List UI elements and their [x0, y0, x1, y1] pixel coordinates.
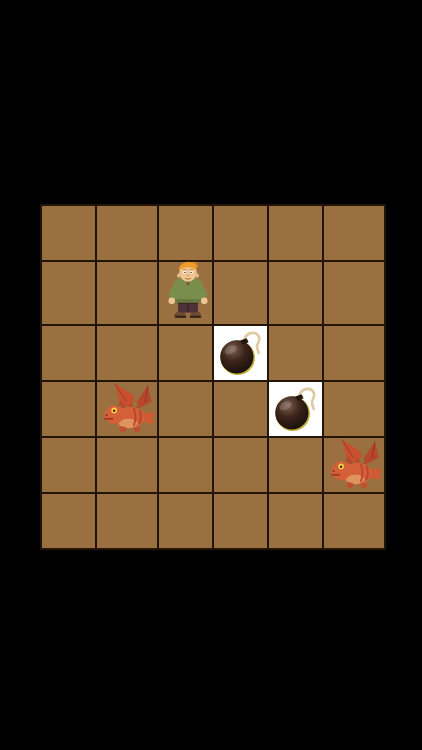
cell-r2-c2[interactable] — [97, 262, 157, 324]
cell-r6-c1[interactable] — [42, 494, 95, 548]
cell-r6-c5[interactable] — [269, 494, 322, 548]
cell-r1-c2[interactable] — [97, 206, 157, 260]
cell-r1-c6[interactable] — [324, 206, 384, 260]
cell-r2-c3[interactable] — [159, 262, 212, 324]
cell-r3-c6[interactable] — [324, 326, 384, 380]
cell-r1-c5[interactable] — [269, 206, 322, 260]
cell-r4-c5[interactable] — [269, 382, 322, 436]
cell-r6-c3[interactable] — [159, 494, 212, 548]
game-screen — [0, 0, 422, 750]
bomb-icon[interactable] — [272, 385, 320, 433]
cell-r4-c3[interactable] — [159, 382, 212, 436]
dragon-icon[interactable] — [101, 382, 161, 436]
cell-r4-c6[interactable] — [324, 382, 384, 436]
cell-r4-c1[interactable] — [42, 382, 95, 436]
cell-r3-c3[interactable] — [159, 326, 212, 380]
cell-r6-c6[interactable] — [324, 494, 384, 548]
cell-r4-c4[interactable] — [214, 382, 267, 436]
cell-r1-c3[interactable] — [159, 206, 212, 260]
cell-r3-c5[interactable] — [269, 326, 322, 380]
cell-r1-c1[interactable] — [42, 206, 95, 260]
cell-r3-c2[interactable] — [97, 326, 157, 380]
cell-r2-c1[interactable] — [42, 262, 95, 324]
cell-r5-c6[interactable] — [324, 438, 384, 492]
cell-r5-c2[interactable] — [97, 438, 157, 492]
cell-r1-c4[interactable] — [214, 206, 267, 260]
cell-r5-c1[interactable] — [42, 438, 95, 492]
cell-r3-c1[interactable] — [42, 326, 95, 380]
cell-r5-c4[interactable] — [214, 438, 267, 492]
cell-r5-c3[interactable] — [159, 438, 212, 492]
cell-r2-c5[interactable] — [269, 262, 322, 324]
cell-r2-c6[interactable] — [324, 262, 384, 324]
cell-r4-c2[interactable] — [97, 382, 157, 436]
dragon-icon[interactable] — [328, 438, 388, 492]
cell-r2-c4[interactable] — [214, 262, 267, 324]
cell-r5-c5[interactable] — [269, 438, 322, 492]
bomb-icon[interactable] — [217, 329, 265, 377]
game-board — [40, 204, 386, 550]
cell-r3-c4[interactable] — [214, 326, 267, 380]
hero-icon[interactable] — [163, 259, 213, 321]
cell-r6-c2[interactable] — [97, 494, 157, 548]
cell-r6-c4[interactable] — [214, 494, 267, 548]
